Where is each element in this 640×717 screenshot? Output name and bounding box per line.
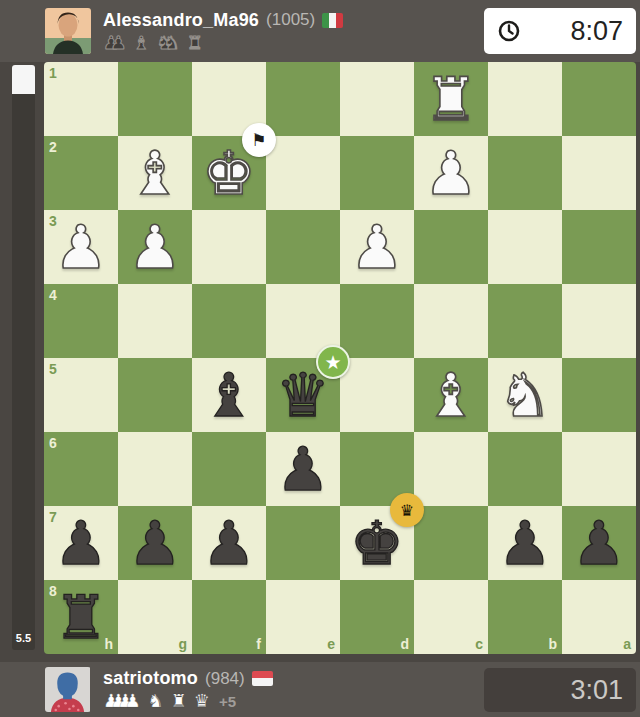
- white-pawn[interactable]: ♟: [340, 210, 414, 284]
- square-b6[interactable]: [488, 432, 562, 506]
- square-a1[interactable]: [562, 62, 636, 136]
- square-b1[interactable]: [488, 62, 562, 136]
- board-section: 5.5 1♜2♝♚⚑♟3♟♟♟45♝♛★♝♞6♟7♟♟♟♚♛♟♟8h♜gfedc…: [0, 62, 640, 662]
- file-label-c: c: [475, 637, 483, 651]
- bottom-player-avatar[interactable]: [45, 667, 91, 712]
- square-e5[interactable]: ♛★: [266, 358, 340, 432]
- square-a2[interactable]: [562, 136, 636, 210]
- square-h6[interactable]: 6: [44, 432, 118, 506]
- bottom-player-bar: satriotomo (984) ♟♟♟♟♞♜♛+5 3:01: [0, 662, 640, 717]
- file-label-e: e: [327, 637, 335, 651]
- file-label-b: b: [548, 637, 557, 651]
- flag-badge: ⚑: [242, 123, 276, 157]
- material-advantage: +5: [219, 693, 236, 710]
- square-h8[interactable]: 8h♜: [44, 580, 118, 654]
- square-g3[interactable]: ♟: [118, 210, 192, 284]
- square-c4[interactable]: [414, 284, 488, 358]
- file-label-f: f: [256, 637, 261, 651]
- bottom-clock-time: 3:01: [570, 675, 623, 706]
- square-d4[interactable]: [340, 284, 414, 358]
- bottom-player-name[interactable]: satriotomo: [103, 668, 198, 689]
- square-e7[interactable]: [266, 506, 340, 580]
- square-f5[interactable]: ♝: [192, 358, 266, 432]
- square-c7[interactable]: [414, 506, 488, 580]
- rank-label-4: 4: [49, 288, 57, 302]
- bottom-player-rating: (984): [205, 669, 245, 689]
- square-h3[interactable]: 3♟: [44, 210, 118, 284]
- top-player-info: Alessandro_Ma96 (1005) ♟♟♝♞♞♜: [103, 10, 343, 53]
- square-e8[interactable]: e: [266, 580, 340, 654]
- square-h2[interactable]: 2: [44, 136, 118, 210]
- square-g6[interactable]: [118, 432, 192, 506]
- white-pawn[interactable]: ♟: [44, 210, 118, 284]
- square-c6[interactable]: [414, 432, 488, 506]
- square-a3[interactable]: [562, 210, 636, 284]
- captured-rook: ♜: [187, 33, 203, 53]
- avatar-figure: [45, 667, 90, 712]
- captured-rook: ♜: [171, 691, 187, 711]
- square-a4[interactable]: [562, 284, 636, 358]
- bottom-captured-pieces: ♟♟♟♟♞♜♛+5: [103, 691, 273, 711]
- square-g5[interactable]: [118, 358, 192, 432]
- square-d1[interactable]: [340, 62, 414, 136]
- file-label-g: g: [178, 637, 187, 651]
- black-bishop[interactable]: ♝: [192, 358, 266, 432]
- square-a8[interactable]: a: [562, 580, 636, 654]
- captured-group: ♞: [148, 691, 164, 711]
- square-h5[interactable]: 5: [44, 358, 118, 432]
- black-rook[interactable]: ♜: [44, 580, 118, 654]
- bottom-clock: 3:01: [484, 668, 636, 712]
- square-a5[interactable]: [562, 358, 636, 432]
- square-c2[interactable]: ♟: [414, 136, 488, 210]
- black-pawn[interactable]: ♟: [488, 506, 562, 580]
- top-player-avatar[interactable]: [45, 8, 91, 54]
- square-f4[interactable]: [192, 284, 266, 358]
- square-b2[interactable]: [488, 136, 562, 210]
- clock-icon: [497, 19, 521, 43]
- bottom-player-info: satriotomo (984) ♟♟♟♟♞♜♛+5: [103, 668, 273, 711]
- eval-bar-white-portion: [12, 65, 35, 94]
- captured-group: ♞♞: [156, 33, 179, 53]
- square-f8[interactable]: f: [192, 580, 266, 654]
- file-label-a: a: [623, 637, 631, 651]
- square-c8[interactable]: c: [414, 580, 488, 654]
- black-pawn[interactable]: ♟: [266, 432, 340, 506]
- rank-label-1: 1: [49, 66, 57, 80]
- top-player-rating: (1005): [266, 10, 315, 30]
- captured-group: ♜: [171, 691, 187, 711]
- captured-group: ♝: [133, 33, 149, 53]
- captured-pawn: ♟: [110, 33, 126, 53]
- black-pawn[interactable]: ♟: [192, 506, 266, 580]
- square-e2[interactable]: [266, 136, 340, 210]
- square-c1[interactable]: ♜: [414, 62, 488, 136]
- square-a7[interactable]: ♟: [562, 506, 636, 580]
- square-b8[interactable]: b: [488, 580, 562, 654]
- captured-knight: ♞: [164, 33, 180, 53]
- top-clock-time: 8:07: [570, 16, 623, 47]
- black-pawn[interactable]: ♟: [44, 506, 118, 580]
- avatar-photo: [45, 8, 91, 54]
- square-f6[interactable]: [192, 432, 266, 506]
- file-label-d: d: [400, 637, 409, 651]
- white-knight[interactable]: ♞: [488, 358, 562, 432]
- square-g4[interactable]: [118, 284, 192, 358]
- square-e6[interactable]: ♟: [266, 432, 340, 506]
- black-pawn[interactable]: ♟: [562, 506, 636, 580]
- rank-label-6: 6: [49, 436, 57, 450]
- square-d8[interactable]: d: [340, 580, 414, 654]
- square-g7[interactable]: ♟: [118, 506, 192, 580]
- square-f7[interactable]: ♟: [192, 506, 266, 580]
- square-c5[interactable]: ♝: [414, 358, 488, 432]
- italy-flag-icon: [322, 13, 343, 28]
- top-player-bar: Alessandro_Ma96 (1005) ♟♟♝♞♞♜ 8:07: [0, 0, 640, 62]
- square-b4[interactable]: [488, 284, 562, 358]
- square-h7[interactable]: 7♟: [44, 506, 118, 580]
- square-d5[interactable]: [340, 358, 414, 432]
- square-f2[interactable]: ♚⚑: [192, 136, 266, 210]
- square-g8[interactable]: g: [118, 580, 192, 654]
- square-d3[interactable]: ♟: [340, 210, 414, 284]
- captured-group: ♟♟: [103, 33, 126, 53]
- square-d7[interactable]: ♚♛: [340, 506, 414, 580]
- black-pawn[interactable]: ♟: [118, 506, 192, 580]
- square-g2[interactable]: ♝: [118, 136, 192, 210]
- captured-group: ♟♟♟♟: [103, 691, 141, 711]
- white-bishop[interactable]: ♝: [414, 358, 488, 432]
- white-pawn[interactable]: ♟: [118, 210, 192, 284]
- square-h4[interactable]: 4: [44, 284, 118, 358]
- captured-queen: ♛: [194, 691, 210, 711]
- square-e3[interactable]: [266, 210, 340, 284]
- top-captured-pieces: ♟♟♝♞♞♜: [103, 33, 343, 53]
- captured-bishop: ♝: [133, 33, 149, 53]
- square-f3[interactable]: [192, 210, 266, 284]
- square-h1[interactable]: 1: [44, 62, 118, 136]
- captured-pawn: ♟: [124, 691, 140, 711]
- white-rook[interactable]: ♜: [414, 62, 488, 136]
- chess-board: 1♜2♝♚⚑♟3♟♟♟45♝♛★♝♞6♟7♟♟♟♚♛♟♟8h♜gfedcba: [44, 62, 636, 654]
- captured-knight: ♞: [148, 691, 164, 711]
- eval-score-label: 5.5: [12, 632, 35, 644]
- captured-group: ♛: [194, 691, 210, 711]
- square-a6[interactable]: [562, 432, 636, 506]
- crown-badge: ♛: [390, 493, 424, 527]
- white-pawn[interactable]: ♟: [414, 136, 488, 210]
- captured-group: ♜: [187, 33, 203, 53]
- square-b5[interactable]: ♞: [488, 358, 562, 432]
- indonesia-flag-icon: [252, 671, 273, 686]
- eval-bar: 5.5: [12, 65, 35, 650]
- top-clock: 8:07: [484, 8, 636, 54]
- square-e1[interactable]: [266, 62, 340, 136]
- rank-label-2: 2: [49, 140, 57, 154]
- white-bishop[interactable]: ♝: [118, 136, 192, 210]
- rank-label-5: 5: [49, 362, 57, 376]
- square-c3[interactable]: [414, 210, 488, 284]
- square-d2[interactable]: [340, 136, 414, 210]
- square-b3[interactable]: [488, 210, 562, 284]
- top-player-name[interactable]: Alessandro_Ma96: [103, 10, 259, 31]
- square-g1[interactable]: [118, 62, 192, 136]
- star-badge: ★: [316, 345, 350, 379]
- square-b7[interactable]: ♟: [488, 506, 562, 580]
